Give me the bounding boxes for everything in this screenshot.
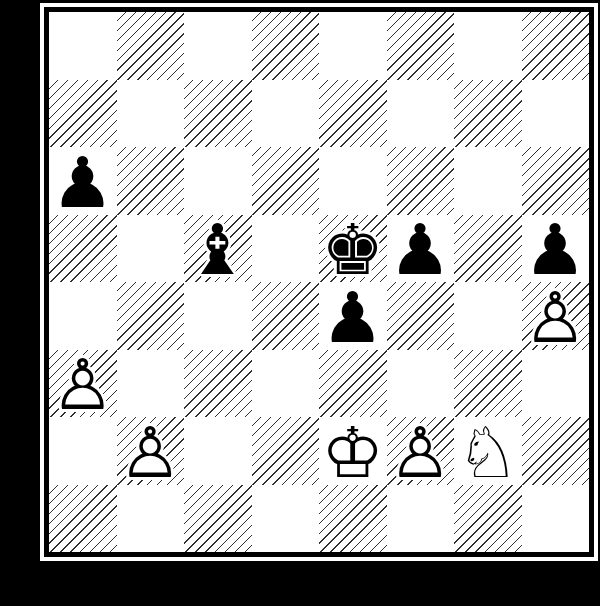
white-pawn[interactable]: ♟♙ — [522, 282, 590, 350]
square-g6[interactable] — [454, 147, 522, 215]
square-e7[interactable] — [319, 80, 387, 148]
square-a1[interactable] — [49, 485, 117, 553]
square-b8[interactable] — [117, 12, 185, 80]
square-d1[interactable] — [252, 485, 320, 553]
square-a8[interactable] — [49, 12, 117, 80]
square-a3[interactable]: ♟♙ — [49, 350, 117, 418]
piece-glyph: ♙ — [49, 352, 117, 420]
square-b6[interactable] — [117, 147, 185, 215]
square-a7[interactable] — [49, 80, 117, 148]
white-pawn[interactable]: ♟♙ — [387, 417, 455, 485]
black-king[interactable]: ♚♚ — [319, 215, 387, 283]
square-a2[interactable] — [49, 417, 117, 485]
square-e6[interactable] — [319, 147, 387, 215]
square-h3[interactable] — [522, 350, 590, 418]
board-grid: ♟♟♝♝♚♚♟♟♟♟♟♟♟♙♟♙♟♙♚♔♟♙♞♘ — [49, 12, 589, 552]
piece-glyph: ♟ — [49, 149, 117, 217]
square-h6[interactable] — [522, 147, 590, 215]
square-b2[interactable]: ♟♙ — [117, 417, 185, 485]
square-g4[interactable] — [454, 282, 522, 350]
black-pawn[interactable]: ♟♟ — [522, 215, 590, 283]
white-pawn[interactable]: ♟♙ — [117, 417, 185, 485]
square-b7[interactable] — [117, 80, 185, 148]
square-d8[interactable] — [252, 12, 320, 80]
square-h2[interactable] — [522, 417, 590, 485]
piece-glyph: ♟ — [522, 217, 590, 285]
square-c2[interactable] — [184, 417, 252, 485]
square-f2[interactable]: ♟♙ — [387, 417, 455, 485]
square-c4[interactable] — [184, 282, 252, 350]
square-e4[interactable]: ♟♟ — [319, 282, 387, 350]
square-g2[interactable]: ♞♘ — [454, 417, 522, 485]
piece-glyph: ♔ — [319, 419, 387, 487]
piece-glyph: ♙ — [117, 419, 185, 487]
square-c3[interactable] — [184, 350, 252, 418]
board-outer-frame: ♟♟♝♝♚♚♟♟♟♟♟♟♟♙♟♙♟♙♚♔♟♙♞♘ — [40, 3, 598, 561]
square-f6[interactable] — [387, 147, 455, 215]
square-f8[interactable] — [387, 12, 455, 80]
square-g1[interactable] — [454, 485, 522, 553]
white-pawn[interactable]: ♟♙ — [49, 350, 117, 418]
board-border: ♟♟♝♝♚♚♟♟♟♟♟♟♟♙♟♙♟♙♚♔♟♙♞♘ — [44, 7, 594, 557]
piece-glyph: ♘ — [454, 419, 522, 487]
square-b1[interactable] — [117, 485, 185, 553]
page-background: { "game": "chess", "position": { "fen": … — [0, 0, 600, 606]
square-d5[interactable] — [252, 215, 320, 283]
white-knight[interactable]: ♞♘ — [454, 417, 522, 485]
piece-glyph: ♚ — [319, 217, 387, 285]
square-h7[interactable] — [522, 80, 590, 148]
square-f1[interactable] — [387, 485, 455, 553]
square-g7[interactable] — [454, 80, 522, 148]
square-e5[interactable]: ♚♚ — [319, 215, 387, 283]
piece-glyph: ♟ — [387, 217, 455, 285]
square-c6[interactable] — [184, 147, 252, 215]
square-a5[interactable] — [49, 215, 117, 283]
square-b5[interactable] — [117, 215, 185, 283]
square-g5[interactable] — [454, 215, 522, 283]
square-a6[interactable]: ♟♟ — [49, 147, 117, 215]
square-a4[interactable] — [49, 282, 117, 350]
square-d3[interactable] — [252, 350, 320, 418]
square-e8[interactable] — [319, 12, 387, 80]
square-b3[interactable] — [117, 350, 185, 418]
piece-glyph: ♙ — [522, 284, 590, 352]
square-d4[interactable] — [252, 282, 320, 350]
black-bishop[interactable]: ♝♝ — [184, 215, 252, 283]
square-e1[interactable] — [319, 485, 387, 553]
square-g8[interactable] — [454, 12, 522, 80]
square-h5[interactable]: ♟♟ — [522, 215, 590, 283]
white-king[interactable]: ♚♔ — [319, 417, 387, 485]
square-h4[interactable]: ♟♙ — [522, 282, 590, 350]
square-d7[interactable] — [252, 80, 320, 148]
piece-glyph: ♟ — [319, 284, 387, 352]
black-pawn[interactable]: ♟♟ — [319, 282, 387, 350]
square-c8[interactable] — [184, 12, 252, 80]
square-f3[interactable] — [387, 350, 455, 418]
square-b4[interactable] — [117, 282, 185, 350]
piece-glyph: ♙ — [387, 419, 455, 487]
square-g3[interactable] — [454, 350, 522, 418]
piece-glyph: ♝ — [184, 217, 252, 285]
black-pawn[interactable]: ♟♟ — [387, 215, 455, 283]
square-c1[interactable] — [184, 485, 252, 553]
square-f7[interactable] — [387, 80, 455, 148]
black-pawn[interactable]: ♟♟ — [49, 147, 117, 215]
square-f5[interactable]: ♟♟ — [387, 215, 455, 283]
square-d2[interactable] — [252, 417, 320, 485]
square-h8[interactable] — [522, 12, 590, 80]
square-c5[interactable]: ♝♝ — [184, 215, 252, 283]
square-c7[interactable] — [184, 80, 252, 148]
square-e3[interactable] — [319, 350, 387, 418]
square-d6[interactable] — [252, 147, 320, 215]
square-f4[interactable] — [387, 282, 455, 350]
square-h1[interactable] — [522, 485, 590, 553]
square-e2[interactable]: ♚♔ — [319, 417, 387, 485]
